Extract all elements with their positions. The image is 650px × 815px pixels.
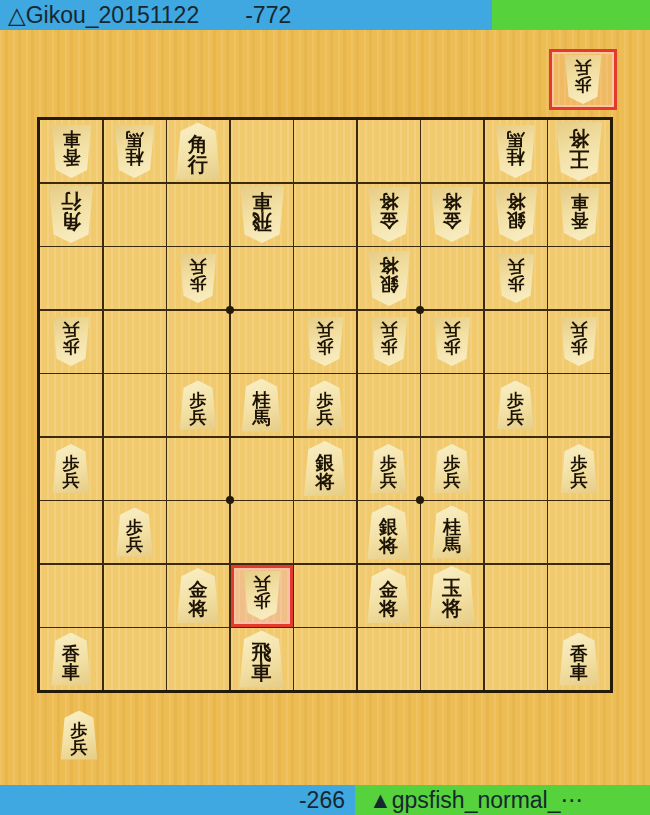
board-cell[interactable]: 歩兵 — [485, 247, 547, 309]
board-cell[interactable] — [485, 501, 547, 563]
board-cell[interactable] — [294, 628, 356, 690]
board-cell[interactable]: 飛車 — [231, 184, 293, 246]
board-cell[interactable] — [104, 628, 166, 690]
board-cell[interactable] — [421, 247, 483, 309]
bottom-player-bar: -266 ▲gpsfish_normal_⋯ — [0, 785, 650, 815]
gote-lance-piece[interactable]: 香車 — [559, 188, 600, 241]
board-cell[interactable]: 角行 — [40, 184, 102, 246]
board-cell[interactable]: 銀将 — [294, 438, 356, 500]
star-point — [416, 306, 424, 314]
sente-silver-piece[interactable]: 銀将 — [367, 505, 411, 560]
gote-eval-score: -772 — [245, 2, 291, 29]
board-cell[interactable]: 銀将 — [358, 247, 420, 309]
board-cell[interactable] — [358, 120, 420, 182]
board-cell[interactable] — [421, 374, 483, 436]
sente-player-name: ▲gpsfish_normal_⋯ — [369, 787, 584, 814]
sente-lance-piece[interactable]: 香車 — [559, 633, 600, 686]
board-cell[interactable]: 金将 — [358, 565, 420, 627]
board-cell[interactable] — [104, 374, 166, 436]
board-cell[interactable] — [548, 501, 610, 563]
board-cell[interactable]: 歩兵 — [167, 247, 229, 309]
sente-gold-piece[interactable]: 金将 — [176, 568, 220, 623]
board-cell[interactable] — [231, 311, 293, 373]
gote-info-segment: △Gikou_20151122 -772 — [0, 0, 492, 30]
board-cell[interactable] — [231, 247, 293, 309]
board-cell[interactable]: 歩兵 — [40, 311, 102, 373]
board-cell[interactable] — [167, 501, 229, 563]
board-cell[interactable]: 玉将 — [421, 565, 483, 627]
board-cell[interactable]: 歩兵 — [104, 501, 166, 563]
board-cell[interactable]: 金将 — [358, 184, 420, 246]
sente-pawn-piece[interactable]: 歩兵 — [116, 508, 154, 557]
sente-pawn-piece[interactable]: 歩兵 — [497, 381, 535, 430]
board-cell[interactable] — [104, 565, 166, 627]
sente-pawn-piece[interactable]: 歩兵 — [560, 444, 598, 493]
gote-gold-piece[interactable]: 金将 — [367, 187, 411, 242]
board-cell[interactable] — [358, 628, 420, 690]
gote-silver-piece[interactable]: 銀将 — [367, 251, 411, 306]
board-cell[interactable] — [485, 565, 547, 627]
board-cell[interactable]: 歩兵 — [294, 311, 356, 373]
board-cell[interactable]: 香車 — [40, 628, 102, 690]
gote-pawn-piece[interactable]: 歩兵 — [306, 317, 344, 366]
board-cell[interactable] — [40, 565, 102, 627]
sente-pawn-piece[interactable]: 歩兵 — [306, 381, 344, 430]
board-cell[interactable] — [548, 565, 610, 627]
board-cell[interactable] — [421, 628, 483, 690]
board-cell[interactable] — [294, 565, 356, 627]
board-cell[interactable]: 歩兵 — [231, 565, 293, 627]
gote-hand-piece-box[interactable]: 歩兵 — [549, 49, 617, 110]
gote-pawn-piece[interactable]: 歩兵 — [52, 317, 90, 366]
sente-knight-piece[interactable]: 桂馬 — [432, 506, 473, 559]
gote-king-piece[interactable]: 王将 — [555, 122, 603, 181]
gote-pawn-piece[interactable]: 歩兵 — [433, 317, 471, 366]
board-cell[interactable]: 角行 — [167, 120, 229, 182]
gote-pawn-piece[interactable]: 歩兵 — [497, 254, 535, 303]
board-cell[interactable]: 歩兵 — [358, 438, 420, 500]
board-cell[interactable] — [294, 120, 356, 182]
gote-pawn-piece[interactable]: 歩兵 — [243, 571, 281, 620]
board-cell[interactable]: 歩兵 — [294, 374, 356, 436]
sente-eval-score: -266 — [299, 787, 345, 814]
star-point — [226, 496, 234, 504]
board-cell[interactable] — [548, 247, 610, 309]
board-cell[interactable] — [485, 311, 547, 373]
top-bar-green-segment — [492, 0, 650, 30]
gote-lance-piece[interactable]: 香車 — [51, 125, 92, 178]
board-cell[interactable] — [167, 184, 229, 246]
board-cell[interactable] — [104, 438, 166, 500]
sente-pawn-piece[interactable]: 歩兵 — [52, 444, 90, 493]
sente-bishop-piece[interactable]: 角行 — [175, 123, 221, 180]
star-point — [416, 496, 424, 504]
board-cell[interactable] — [104, 311, 166, 373]
board-cell[interactable]: 金将 — [167, 565, 229, 627]
board-cell[interactable]: 飛車 — [231, 628, 293, 690]
board-cell[interactable] — [40, 247, 102, 309]
board-cell[interactable]: 王将 — [548, 120, 610, 182]
board-cell[interactable]: 歩兵 — [485, 374, 547, 436]
board-cell[interactable]: 香車 — [548, 184, 610, 246]
gote-knight-piece[interactable]: 桂馬 — [114, 125, 155, 178]
board-cell[interactable] — [421, 120, 483, 182]
sente-silver-piece[interactable]: 銀将 — [303, 441, 347, 496]
sente-gold-piece[interactable]: 金将 — [367, 568, 411, 623]
gote-pawn-piece[interactable]: 歩兵 — [370, 317, 408, 366]
board-cell[interactable] — [294, 247, 356, 309]
board-cell[interactable]: 桂馬 — [421, 501, 483, 563]
board-cell[interactable] — [485, 438, 547, 500]
sente-knight-piece[interactable]: 桂馬 — [241, 379, 282, 432]
board-cell[interactable]: 桂馬 — [104, 120, 166, 182]
gote-silver-piece[interactable]: 銀将 — [494, 187, 538, 242]
board-cell[interactable] — [294, 184, 356, 246]
board-cell[interactable] — [358, 374, 420, 436]
board-cell[interactable]: 歩兵 — [358, 311, 420, 373]
gote-rook-piece[interactable]: 飛車 — [239, 186, 285, 243]
sente-info-segment: ▲gpsfish_normal_⋯ — [355, 785, 650, 815]
board-cell[interactable] — [231, 501, 293, 563]
sente-eval-segment: -266 — [0, 785, 355, 815]
board-cell[interactable] — [40, 374, 102, 436]
board-cell[interactable]: 歩兵 — [421, 438, 483, 500]
shogi-app: △Gikou_20151122 -772 歩兵 香車桂馬角行桂馬王将角行飛車金将… — [0, 0, 650, 815]
sente-pawn-piece[interactable]: 歩兵 — [433, 444, 471, 493]
star-point — [226, 306, 234, 314]
gote-bishop-piece[interactable]: 角行 — [48, 186, 94, 243]
board-cell[interactable]: 歩兵 — [167, 374, 229, 436]
gote-gold-piece[interactable]: 金将 — [430, 187, 474, 242]
board-cell[interactable]: 桂馬 — [231, 374, 293, 436]
board-cell[interactable]: 歩兵 — [40, 438, 102, 500]
sente-pawn-piece[interactable]: 歩兵 — [179, 381, 217, 430]
top-player-bar: △Gikou_20151122 -772 — [0, 0, 650, 30]
board-cell[interactable] — [485, 628, 547, 690]
board-cell[interactable]: 金将 — [421, 184, 483, 246]
board-cell[interactable] — [548, 374, 610, 436]
board-cell[interactable] — [231, 438, 293, 500]
board-cell[interactable]: 歩兵 — [548, 311, 610, 373]
sente-hand-piece-box[interactable]: 歩兵 — [55, 708, 103, 762]
sente-lance-piece[interactable]: 香車 — [51, 633, 92, 686]
sente-pawn-piece[interactable]: 歩兵 — [60, 711, 98, 760]
board-cell[interactable]: 銀将 — [358, 501, 420, 563]
sente-pawn-piece[interactable]: 歩兵 — [370, 444, 408, 493]
board-cell[interactable] — [167, 438, 229, 500]
board-cell[interactable] — [40, 501, 102, 563]
gote-pawn-piece[interactable]: 歩兵 — [564, 55, 602, 104]
board-cell[interactable] — [104, 184, 166, 246]
board-cell[interactable]: 歩兵 — [421, 311, 483, 373]
board-cell[interactable] — [167, 628, 229, 690]
sente-king-piece[interactable]: 玉将 — [428, 566, 476, 625]
board-cell[interactable]: 香車 — [548, 628, 610, 690]
board-cell[interactable]: 歩兵 — [548, 438, 610, 500]
board-cell[interactable]: 桂馬 — [485, 120, 547, 182]
gote-pawn-piece[interactable]: 歩兵 — [560, 317, 598, 366]
board-cell[interactable] — [231, 120, 293, 182]
board-cell[interactable]: 香車 — [40, 120, 102, 182]
shogi-board: 香車桂馬角行桂馬王将角行飛車金将金将銀将香車歩兵銀将歩兵歩兵歩兵歩兵歩兵歩兵歩兵… — [37, 117, 613, 693]
board-cell[interactable]: 銀将 — [485, 184, 547, 246]
sente-rook-piece[interactable]: 飛車 — [239, 631, 285, 688]
gote-player-name: △Gikou_20151122 — [8, 2, 199, 29]
board-cell[interactable] — [104, 247, 166, 309]
gote-pawn-piece[interactable]: 歩兵 — [179, 254, 217, 303]
gote-knight-piece[interactable]: 桂馬 — [495, 125, 536, 178]
board-cell[interactable] — [294, 501, 356, 563]
board-cell[interactable] — [167, 311, 229, 373]
